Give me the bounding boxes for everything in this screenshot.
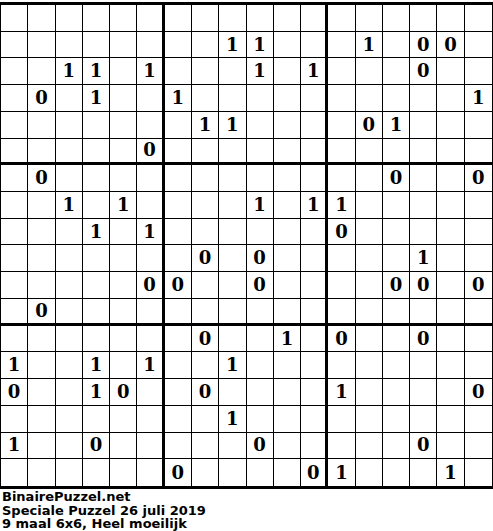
cell-r11c11-empty[interactable] [301, 299, 328, 326]
cell-r0c11-empty[interactable] [301, 5, 328, 32]
cell-r2c13-empty[interactable] [356, 58, 383, 85]
cell-r12c6-empty[interactable] [165, 326, 192, 353]
cell-r5c11-empty[interactable] [301, 139, 328, 166]
cell-r3c16-empty[interactable] [437, 85, 464, 112]
cell-r6c9-empty[interactable] [247, 165, 274, 192]
cell-r7c14-empty[interactable] [383, 192, 410, 219]
cell-r16c13-empty[interactable] [356, 433, 383, 460]
cell-r12c11-empty[interactable] [301, 326, 328, 353]
cell-r1c17-empty[interactable] [465, 32, 492, 59]
cell-r12c5-empty[interactable] [137, 326, 164, 353]
cell-r9c14-empty[interactable] [383, 245, 410, 272]
cell-r6c16-empty[interactable] [437, 165, 464, 192]
cell-r12c3-empty[interactable] [83, 326, 110, 353]
cell-r14c3-given: 1 [83, 379, 110, 406]
cell-r17c1-empty[interactable] [28, 459, 55, 486]
cell-r0c8-empty[interactable] [219, 5, 246, 32]
cell-r13c12-empty[interactable] [328, 352, 355, 379]
cell-r8c2-empty[interactable] [56, 219, 83, 246]
cell-r8c3-given: 1 [83, 219, 110, 246]
cell-r9c12-empty[interactable] [328, 245, 355, 272]
cell-r0c5-empty[interactable] [137, 5, 164, 32]
cell-r4c0-empty[interactable] [1, 112, 28, 139]
cell-r13c1-empty[interactable] [28, 352, 55, 379]
cell-r11c5-empty[interactable] [137, 299, 164, 326]
cell-r16c7-empty[interactable] [192, 433, 219, 460]
cell-r8c7-empty[interactable] [192, 219, 219, 246]
cell-r15c15-empty[interactable] [410, 406, 437, 433]
cell-r13c9-empty[interactable] [247, 352, 274, 379]
cell-r9c13-empty[interactable] [356, 245, 383, 272]
cell-r12c1-empty[interactable] [28, 326, 55, 353]
cell-r2c0-empty[interactable] [1, 58, 28, 85]
cell-r9c10-empty[interactable] [274, 245, 301, 272]
cell-r4c11-empty[interactable] [301, 112, 328, 139]
cell-r0c16-empty[interactable] [437, 5, 464, 32]
cell-r5c7-empty[interactable] [192, 139, 219, 166]
cell-r15c0-empty[interactable] [1, 406, 28, 433]
cell-r10c11-empty[interactable] [301, 272, 328, 299]
cell-r1c6-empty[interactable] [165, 32, 192, 59]
cell-r11c0-empty[interactable] [1, 299, 28, 326]
cell-r13c13-empty[interactable] [356, 352, 383, 379]
cell-r8c11-empty[interactable] [301, 219, 328, 246]
cell-r10c6-given: 0 [165, 272, 192, 299]
cell-r4c9-empty[interactable] [247, 112, 274, 139]
cell-r1c4-empty[interactable] [110, 32, 137, 59]
cell-r17c9-empty[interactable] [247, 459, 274, 486]
cell-r6c6-empty[interactable] [165, 165, 192, 192]
cell-r14c2-empty[interactable] [56, 379, 83, 406]
cell-r2c4-empty[interactable] [110, 58, 137, 85]
cell-r10c17-given: 0 [465, 272, 492, 299]
cell-r2c14-empty[interactable] [383, 58, 410, 85]
cell-r3c8-empty[interactable] [219, 85, 246, 112]
cell-r7c3-empty[interactable] [83, 192, 110, 219]
cell-r17c8-empty[interactable] [219, 459, 246, 486]
cell-r16c14-empty[interactable] [383, 433, 410, 460]
cell-r9c16-empty[interactable] [437, 245, 464, 272]
cell-r15c7-empty[interactable] [192, 406, 219, 433]
cell-r13c17-empty[interactable] [465, 352, 492, 379]
cell-r16c5-empty[interactable] [137, 433, 164, 460]
cell-r13c6-empty[interactable] [165, 352, 192, 379]
cell-r10c4-empty[interactable] [110, 272, 137, 299]
cell-r11c8-empty[interactable] [219, 299, 246, 326]
cell-r10c0-empty[interactable] [1, 272, 28, 299]
cell-r16c16-empty[interactable] [437, 433, 464, 460]
cell-r11c17-empty[interactable] [465, 299, 492, 326]
cell-r12c4-empty[interactable] [110, 326, 137, 353]
cell-r4c16-empty[interactable] [437, 112, 464, 139]
cell-r5c6-empty[interactable] [165, 139, 192, 166]
cell-r10c13-empty[interactable] [356, 272, 383, 299]
cell-r6c4-empty[interactable] [110, 165, 137, 192]
cell-r11c10-empty[interactable] [274, 299, 301, 326]
cell-r17c14-empty[interactable] [383, 459, 410, 486]
cell-r3c14-empty[interactable] [383, 85, 410, 112]
cell-r17c5-empty[interactable] [137, 459, 164, 486]
cell-r1c2-empty[interactable] [56, 32, 83, 59]
cell-r15c13-empty[interactable] [356, 406, 383, 433]
cell-r7c2-given: 1 [56, 192, 83, 219]
cell-r12c2-empty[interactable] [56, 326, 83, 353]
cell-r0c4-empty[interactable] [110, 5, 137, 32]
cell-r4c5-empty[interactable] [137, 112, 164, 139]
cell-r15c11-empty[interactable] [301, 406, 328, 433]
cell-r12c14-empty[interactable] [383, 326, 410, 353]
cell-r13c5-given: 1 [137, 352, 164, 379]
cell-r10c2-empty[interactable] [56, 272, 83, 299]
cell-r12c8-empty[interactable] [219, 326, 246, 353]
cell-r17c4-empty[interactable] [110, 459, 137, 486]
cell-r13c8-given: 1 [219, 352, 246, 379]
cell-r14c9-empty[interactable] [247, 379, 274, 406]
cell-r17c3-empty[interactable] [83, 459, 110, 486]
cell-r1c7-empty[interactable] [192, 32, 219, 59]
cell-r2c16-empty[interactable] [437, 58, 464, 85]
cell-r2c1-empty[interactable] [28, 58, 55, 85]
cell-r16c0-given: 1 [1, 433, 28, 460]
cell-r0c12-empty[interactable] [328, 5, 355, 32]
cell-r13c11-empty[interactable] [301, 352, 328, 379]
cell-r5c2-empty[interactable] [56, 139, 83, 166]
cell-r7c5-empty[interactable] [137, 192, 164, 219]
cell-r5c8-empty[interactable] [219, 139, 246, 166]
cell-r8c9-empty[interactable] [247, 219, 274, 246]
cell-r15c3-empty[interactable] [83, 406, 110, 433]
cell-r2c6-empty[interactable] [165, 58, 192, 85]
cell-r3c15-empty[interactable] [410, 85, 437, 112]
cell-r11c7-empty[interactable] [192, 299, 219, 326]
cell-r6c2-empty[interactable] [56, 165, 83, 192]
cell-r1c14-empty[interactable] [383, 32, 410, 59]
cell-r0c15-empty[interactable] [410, 5, 437, 32]
cell-r10c15-given: 0 [410, 272, 437, 299]
cell-r14c13-empty[interactable] [356, 379, 383, 406]
cell-r8c12-given: 0 [328, 219, 355, 246]
cell-r9c2-empty[interactable] [56, 245, 83, 272]
cell-r7c16-empty[interactable] [437, 192, 464, 219]
cell-r6c8-empty[interactable] [219, 165, 246, 192]
cell-r15c6-empty[interactable] [165, 406, 192, 433]
cell-r15c8-given: 1 [219, 406, 246, 433]
cell-r17c0-empty[interactable] [1, 459, 28, 486]
cell-r11c14-empty[interactable] [383, 299, 410, 326]
cell-r17c17-empty[interactable] [465, 459, 492, 486]
cell-r2c3-given: 1 [83, 58, 110, 85]
cell-r8c6-empty[interactable] [165, 219, 192, 246]
cell-r16c6-empty[interactable] [165, 433, 192, 460]
cell-r10c10-empty[interactable] [274, 272, 301, 299]
cell-r14c7-given: 0 [192, 379, 219, 406]
cell-r17c15-empty[interactable] [410, 459, 437, 486]
cell-r14c15-empty[interactable] [410, 379, 437, 406]
cell-r0c0-empty[interactable] [1, 5, 28, 32]
cell-r4c10-empty[interactable] [274, 112, 301, 139]
cell-r0c3-empty[interactable] [83, 5, 110, 32]
cell-r1c0-empty[interactable] [1, 32, 28, 59]
cell-r4c15-empty[interactable] [410, 112, 437, 139]
cell-r10c5-given: 0 [137, 272, 164, 299]
cell-r15c12-empty[interactable] [328, 406, 355, 433]
cell-r1c8-given: 1 [219, 32, 246, 59]
cell-r9c11-empty[interactable] [301, 245, 328, 272]
cell-r16c12-empty[interactable] [328, 433, 355, 460]
cell-r5c3-empty[interactable] [83, 139, 110, 166]
cell-r3c0-empty[interactable] [1, 85, 28, 112]
cell-r5c1-empty[interactable] [28, 139, 55, 166]
cell-r17c7-empty[interactable] [192, 459, 219, 486]
cell-r1c12-empty[interactable] [328, 32, 355, 59]
cell-r14c14-empty[interactable] [383, 379, 410, 406]
cell-r11c15-empty[interactable] [410, 299, 437, 326]
cell-r8c5-given: 1 [137, 219, 164, 246]
cell-r9c1-empty[interactable] [28, 245, 55, 272]
cell-r6c12-empty[interactable] [328, 165, 355, 192]
cell-r5c12-empty[interactable] [328, 139, 355, 166]
cell-r7c13-empty[interactable] [356, 192, 383, 219]
cell-r5c0-empty[interactable] [1, 139, 28, 166]
puzzle-page: 1110011111001111101000011111110001000000… [0, 0, 493, 531]
cell-r8c4-empty[interactable] [110, 219, 137, 246]
cell-r16c1-empty[interactable] [28, 433, 55, 460]
cell-r6c11-empty[interactable] [301, 165, 328, 192]
cell-r11c2-empty[interactable] [56, 299, 83, 326]
cell-r10c8-empty[interactable] [219, 272, 246, 299]
cell-r7c17-empty[interactable] [465, 192, 492, 219]
cell-r13c14-empty[interactable] [383, 352, 410, 379]
cell-r3c2-empty[interactable] [56, 85, 83, 112]
cell-r4c6-empty[interactable] [165, 112, 192, 139]
cell-r3c7-empty[interactable] [192, 85, 219, 112]
cell-r15c10-empty[interactable] [274, 406, 301, 433]
cell-r0c7-empty[interactable] [192, 5, 219, 32]
cell-r15c2-empty[interactable] [56, 406, 83, 433]
cell-r4c14-given: 1 [383, 112, 410, 139]
cell-r14c11-empty[interactable] [301, 379, 328, 406]
cell-r8c17-empty[interactable] [465, 219, 492, 246]
cell-r9c17-empty[interactable] [465, 245, 492, 272]
cell-r15c17-empty[interactable] [465, 406, 492, 433]
cell-r3c17-given: 1 [465, 85, 492, 112]
cell-r12c7-given: 0 [192, 326, 219, 353]
cell-r17c10-empty[interactable] [274, 459, 301, 486]
cell-r14c16-empty[interactable] [437, 379, 464, 406]
cell-r0c1-empty[interactable] [28, 5, 55, 32]
cell-r7c4-given: 1 [110, 192, 137, 219]
cell-r13c7-empty[interactable] [192, 352, 219, 379]
cell-r6c10-empty[interactable] [274, 165, 301, 192]
cell-r15c1-empty[interactable] [28, 406, 55, 433]
cell-r14c1-empty[interactable] [28, 379, 55, 406]
cell-r11c16-empty[interactable] [437, 299, 464, 326]
cell-r11c13-empty[interactable] [356, 299, 383, 326]
cell-r4c1-empty[interactable] [28, 112, 55, 139]
cell-r16c10-empty[interactable] [274, 433, 301, 460]
cell-r0c13-empty[interactable] [356, 5, 383, 32]
cell-r8c8-empty[interactable] [219, 219, 246, 246]
cell-r6c7-empty[interactable] [192, 165, 219, 192]
cell-r11c4-empty[interactable] [110, 299, 137, 326]
cell-r0c10-empty[interactable] [274, 5, 301, 32]
cell-r8c1-empty[interactable] [28, 219, 55, 246]
cell-r1c13-given: 1 [356, 32, 383, 59]
cell-r9c0-empty[interactable] [1, 245, 28, 272]
cell-r16c11-empty[interactable] [301, 433, 328, 460]
cell-r7c10-empty[interactable] [274, 192, 301, 219]
cell-r15c14-empty[interactable] [383, 406, 410, 433]
cell-r12c15-given: 0 [410, 326, 437, 353]
cell-r9c6-empty[interactable] [165, 245, 192, 272]
cell-r12c12-given: 0 [328, 326, 355, 353]
cell-r0c14-empty[interactable] [383, 5, 410, 32]
cell-r8c10-empty[interactable] [274, 219, 301, 246]
cell-r4c4-empty[interactable] [110, 112, 137, 139]
cell-r1c5-empty[interactable] [137, 32, 164, 59]
cell-r3c5-empty[interactable] [137, 85, 164, 112]
cell-r16c8-empty[interactable] [219, 433, 246, 460]
cell-r16c4-empty[interactable] [110, 433, 137, 460]
footer-subtitle: 9 maal 6x6, Heel moeilijk [2, 517, 493, 531]
cell-r2c12-empty[interactable] [328, 58, 355, 85]
cell-r5c14-empty[interactable] [383, 139, 410, 166]
footer-site: BinairePuzzel.net [2, 490, 493, 504]
cell-r16c17-empty[interactable] [465, 433, 492, 460]
cell-r8c16-empty[interactable] [437, 219, 464, 246]
cell-r1c1-empty[interactable] [28, 32, 55, 59]
cell-r16c3-given: 0 [83, 433, 110, 460]
cell-r0c17-empty[interactable] [465, 5, 492, 32]
cell-r6c17-given: 0 [465, 165, 492, 192]
cell-r10c14-given: 0 [383, 272, 410, 299]
cell-r7c8-empty[interactable] [219, 192, 246, 219]
cell-r14c4-given: 0 [110, 379, 137, 406]
cell-r11c12-empty[interactable] [328, 299, 355, 326]
cell-r17c13-empty[interactable] [356, 459, 383, 486]
cell-r13c16-empty[interactable] [437, 352, 464, 379]
cell-r13c4-empty[interactable] [110, 352, 137, 379]
cell-r5c15-empty[interactable] [410, 139, 437, 166]
cell-r2c7-empty[interactable] [192, 58, 219, 85]
cell-r7c6-empty[interactable] [165, 192, 192, 219]
cell-r4c2-empty[interactable] [56, 112, 83, 139]
cell-r7c7-empty[interactable] [192, 192, 219, 219]
cell-r0c9-empty[interactable] [247, 5, 274, 32]
footer-title: Speciale Puzzel 26 juli 2019 [2, 504, 493, 518]
cell-r14c8-empty[interactable] [219, 379, 246, 406]
cell-r12c0-empty[interactable] [1, 326, 28, 353]
cell-r1c9-given: 1 [247, 32, 274, 59]
cell-r0c6-empty[interactable] [165, 5, 192, 32]
cell-r3c4-empty[interactable] [110, 85, 137, 112]
cell-r2c10-empty[interactable] [274, 58, 301, 85]
cell-r1c16-given: 0 [437, 32, 464, 59]
cell-r7c12-given: 1 [328, 192, 355, 219]
cell-r8c0-empty[interactable] [1, 219, 28, 246]
cell-r9c4-empty[interactable] [110, 245, 137, 272]
cell-r9c8-empty[interactable] [219, 245, 246, 272]
cell-r14c5-empty[interactable] [137, 379, 164, 406]
cell-r8c14-empty[interactable] [383, 219, 410, 246]
cell-r12c16-empty[interactable] [437, 326, 464, 353]
cell-r11c3-empty[interactable] [83, 299, 110, 326]
cell-r17c2-empty[interactable] [56, 459, 83, 486]
cell-r6c0-empty[interactable] [1, 165, 28, 192]
cell-r6c13-empty[interactable] [356, 165, 383, 192]
cell-r13c10-empty[interactable] [274, 352, 301, 379]
cell-r14c12-given: 1 [328, 379, 355, 406]
cell-r3c10-empty[interactable] [274, 85, 301, 112]
cell-r1c11-empty[interactable] [301, 32, 328, 59]
cell-r15c9-empty[interactable] [247, 406, 274, 433]
cell-r10c1-empty[interactable] [28, 272, 55, 299]
cell-r15c4-empty[interactable] [110, 406, 137, 433]
cell-r16c9-given: 0 [247, 433, 274, 460]
cell-r2c17-empty[interactable] [465, 58, 492, 85]
cell-r10c3-empty[interactable] [83, 272, 110, 299]
cell-r12c17-empty[interactable] [465, 326, 492, 353]
cell-r6c15-empty[interactable] [410, 165, 437, 192]
cell-r13c2-empty[interactable] [56, 352, 83, 379]
cell-r5c9-empty[interactable] [247, 139, 274, 166]
cell-r15c16-empty[interactable] [437, 406, 464, 433]
cell-r3c11-empty[interactable] [301, 85, 328, 112]
cell-r6c3-empty[interactable] [83, 165, 110, 192]
cell-r8c15-empty[interactable] [410, 219, 437, 246]
cell-r4c13-given: 0 [356, 112, 383, 139]
cell-r13c15-empty[interactable] [410, 352, 437, 379]
cell-r7c15-empty[interactable] [410, 192, 437, 219]
cell-r9c3-empty[interactable] [83, 245, 110, 272]
cell-r10c7-empty[interactable] [192, 272, 219, 299]
cell-r5c16-empty[interactable] [437, 139, 464, 166]
cell-r1c3-empty[interactable] [83, 32, 110, 59]
cell-r10c12-empty[interactable] [328, 272, 355, 299]
cell-r4c3-empty[interactable] [83, 112, 110, 139]
cell-r4c8-given: 1 [219, 112, 246, 139]
cell-r5c17-empty[interactable] [465, 139, 492, 166]
cell-r5c13-empty[interactable] [356, 139, 383, 166]
cell-r2c8-empty[interactable] [219, 58, 246, 85]
cell-r14c17-given: 0 [465, 379, 492, 406]
cell-r9c5-empty[interactable] [137, 245, 164, 272]
cell-r4c12-empty[interactable] [328, 112, 355, 139]
cell-r14c6-empty[interactable] [165, 379, 192, 406]
cell-r3c13-empty[interactable] [356, 85, 383, 112]
cell-r14c10-empty[interactable] [274, 379, 301, 406]
cell-r6c5-empty[interactable] [137, 165, 164, 192]
cell-r1c10-empty[interactable] [274, 32, 301, 59]
cell-r8c13-empty[interactable] [356, 219, 383, 246]
cell-r11c9-empty[interactable] [247, 299, 274, 326]
cell-r12c13-empty[interactable] [356, 326, 383, 353]
cell-r4c17-empty[interactable] [465, 112, 492, 139]
cell-r10c16-empty[interactable] [437, 272, 464, 299]
cell-r3c9-empty[interactable] [247, 85, 274, 112]
cell-r5c4-empty[interactable] [110, 139, 137, 166]
cell-r15c5-empty[interactable] [137, 406, 164, 433]
cell-r17c12-given: 1 [328, 459, 355, 486]
cell-r5c10-empty[interactable] [274, 139, 301, 166]
cell-r7c0-empty[interactable] [1, 192, 28, 219]
cell-r0c2-empty[interactable] [56, 5, 83, 32]
cell-r3c12-empty[interactable] [328, 85, 355, 112]
cell-r12c9-empty[interactable] [247, 326, 274, 353]
cell-r11c6-empty[interactable] [165, 299, 192, 326]
cell-r16c2-empty[interactable] [56, 433, 83, 460]
cell-r7c1-empty[interactable] [28, 192, 55, 219]
